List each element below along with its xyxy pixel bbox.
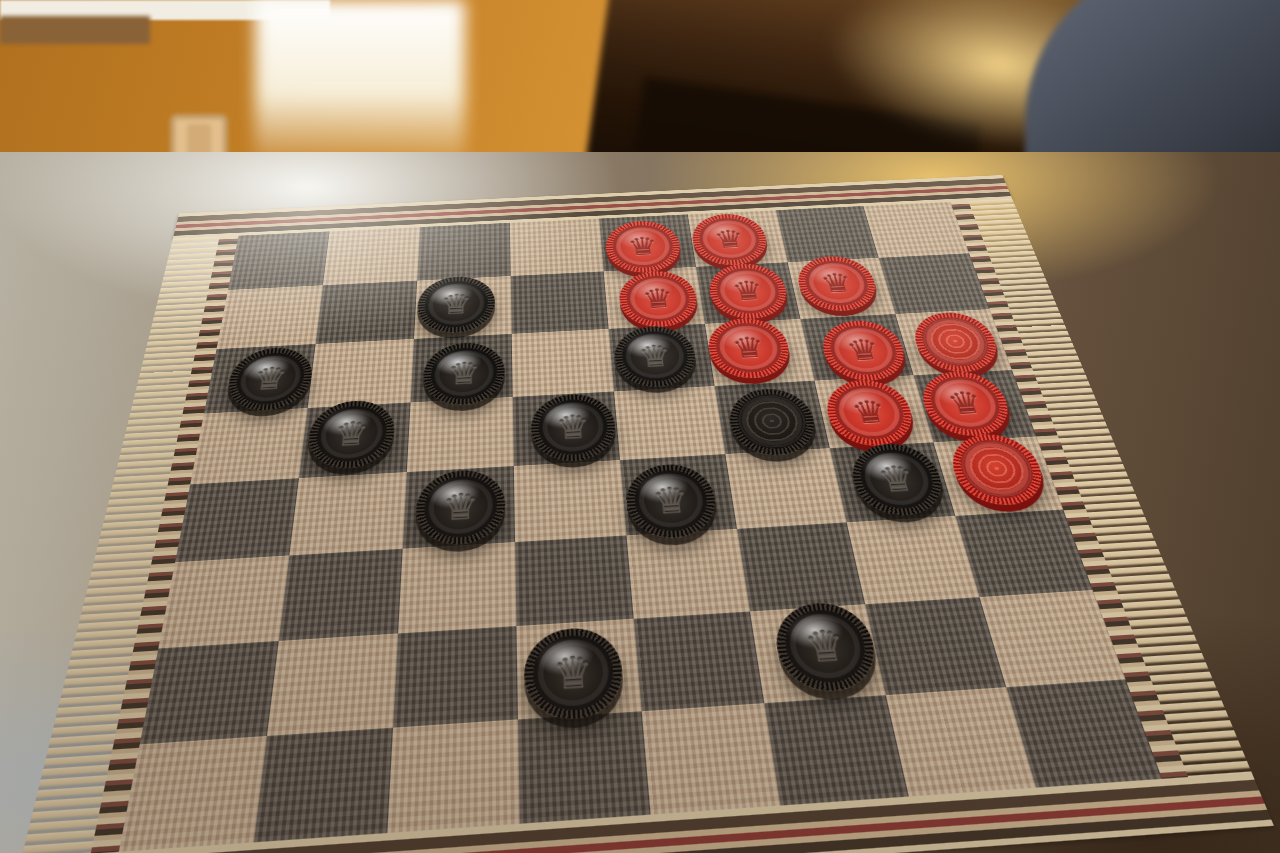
square-r2c4[interactable] <box>511 271 609 333</box>
crown-emboss-icon: ♛ <box>689 212 771 266</box>
red-piece-face <box>916 316 996 368</box>
square-r6c5[interactable] <box>627 529 750 619</box>
crown-emboss-icon: ♛ <box>617 269 700 328</box>
checker-red-r4c7[interactable]: ♛ <box>821 378 920 448</box>
square-r4c6[interactable]: ♛ <box>715 381 830 454</box>
square-r8c2[interactable] <box>254 728 393 843</box>
checker-red-r3c7[interactable]: ♛ <box>817 318 912 382</box>
checker-red-r2c7[interactable]: ♛ <box>793 254 882 312</box>
square-r6c2[interactable] <box>279 549 403 641</box>
checker-red-r4c8[interactable]: ♛ <box>915 369 1018 438</box>
square-r3c5[interactable]: ♛ <box>609 324 715 392</box>
checker-red-r2c6[interactable]: ♛ <box>705 262 791 321</box>
checker-black-r5c5[interactable]: ♛ <box>624 462 720 540</box>
crown-emboss-icon: ♛ <box>612 324 699 388</box>
square-r4c2[interactable]: ♛ <box>299 402 411 478</box>
checker-black-r4c2[interactable]: ♛ <box>305 398 396 470</box>
square-r1c1[interactable] <box>228 231 330 290</box>
square-r8c4[interactable] <box>518 711 651 824</box>
checker-black-r3c3[interactable]: ♛ <box>422 341 505 407</box>
checker-black-r4c6[interactable]: ♛ <box>725 387 821 458</box>
checker-red-r5c8[interactable]: ♛ <box>944 432 1053 507</box>
checker-black-r5c3[interactable]: ♛ <box>414 468 505 547</box>
crown-emboss-icon: ♛ <box>305 398 396 470</box>
checker-red-r3c6[interactable]: ♛ <box>704 316 794 380</box>
checker-black-r7c4[interactable]: ♛ <box>523 625 625 722</box>
square-r4c5[interactable] <box>614 386 725 460</box>
square-r3c2[interactable] <box>308 339 414 408</box>
square-r5c4[interactable] <box>514 460 627 542</box>
square-r5c3[interactable]: ♛ <box>403 466 515 549</box>
square-r1c2[interactable] <box>323 227 420 285</box>
crown-emboss-icon: ♛ <box>530 392 618 463</box>
square-r6c4[interactable] <box>515 535 634 626</box>
crown-emboss-icon: ♛ <box>624 462 720 540</box>
crown-emboss-icon: ♛ <box>845 441 950 517</box>
checker-black-r5c7[interactable]: ♛ <box>845 441 950 517</box>
square-r7c6[interactable]: ♛ <box>750 604 886 703</box>
crown-emboss-icon: ♛ <box>604 219 684 274</box>
square-r5c2[interactable] <box>289 472 406 555</box>
square-r1c3[interactable] <box>417 223 511 281</box>
square-r3c6[interactable]: ♛ <box>705 319 815 386</box>
square-r4c7[interactable]: ♛ <box>815 375 934 448</box>
square-r6c1[interactable] <box>158 555 289 648</box>
square-r7c1[interactable] <box>140 641 279 744</box>
window-light <box>255 0 465 170</box>
square-r1c6[interactable]: ♛ <box>688 210 788 267</box>
black-piece-face <box>733 393 812 451</box>
window-sill <box>0 16 150 44</box>
crown-emboss-icon: ♛ <box>414 468 505 547</box>
square-r3c1[interactable]: ♛ <box>204 344 316 414</box>
checker-black-r3c1[interactable]: ♛ <box>224 346 316 412</box>
crown-emboss-icon: ♛ <box>704 316 794 380</box>
crown-emboss-icon: ♛ <box>793 254 882 312</box>
square-r8c1[interactable] <box>119 736 267 852</box>
square-r6c6[interactable] <box>737 522 865 611</box>
square-r1c8[interactable] <box>863 202 969 258</box>
square-r7c5[interactable] <box>634 611 765 711</box>
square-r7c4[interactable]: ♛ <box>516 619 641 720</box>
square-r7c2[interactable] <box>267 633 398 736</box>
square-r4c3[interactable] <box>407 397 514 472</box>
square-r8c6[interactable] <box>764 695 909 805</box>
square-r2c1[interactable] <box>217 285 323 349</box>
red-piece-face <box>953 438 1042 500</box>
square-r7c3[interactable] <box>393 626 518 728</box>
checker-red-r2c5[interactable]: ♛ <box>617 269 700 328</box>
square-r8c3[interactable] <box>387 719 519 833</box>
room-scene: ♛♛♛♛♛♛♛♛♛♛♛♛♛♛♛♛♛♛♛♛♛♛♛ <box>0 0 1280 853</box>
square-r5c6[interactable] <box>725 448 846 529</box>
square-r3c7[interactable]: ♛ <box>801 314 914 381</box>
crown-emboss-icon: ♛ <box>705 262 791 321</box>
square-r1c5[interactable]: ♛ <box>599 214 696 271</box>
square-r4c1[interactable] <box>190 408 307 484</box>
checker-black-r7c6[interactable]: ♛ <box>770 600 883 694</box>
checker-black-r4c4[interactable]: ♛ <box>530 392 618 463</box>
crown-emboss-icon: ♛ <box>523 625 625 722</box>
square-r2c7[interactable]: ♛ <box>788 258 896 319</box>
checker-black-r2c3[interactable]: ♛ <box>416 275 495 335</box>
crown-emboss-icon: ♛ <box>224 346 316 412</box>
square-r3c3[interactable]: ♛ <box>411 334 513 403</box>
square-r3c4[interactable] <box>512 329 614 397</box>
square-r4c4[interactable]: ♛ <box>513 391 620 466</box>
checker-red-r1c5[interactable]: ♛ <box>604 219 684 274</box>
checker-black-r3c5[interactable]: ♛ <box>612 324 699 388</box>
square-r1c4[interactable] <box>510 219 604 276</box>
crown-emboss-icon: ♛ <box>422 341 505 407</box>
square-r2c3[interactable]: ♛ <box>414 276 512 339</box>
crown-emboss-icon: ♛ <box>915 369 1018 438</box>
square-r5c5[interactable]: ♛ <box>620 454 737 535</box>
square-r5c1[interactable] <box>175 478 299 562</box>
square-r6c3[interactable] <box>398 542 516 633</box>
checker-red-r1c6[interactable]: ♛ <box>689 212 771 266</box>
square-r2c2[interactable] <box>316 281 418 344</box>
square-r2c5[interactable]: ♛ <box>604 267 705 329</box>
crown-emboss-icon: ♛ <box>821 378 920 448</box>
crown-emboss-icon: ♛ <box>770 600 883 694</box>
square-r8c5[interactable] <box>642 703 781 814</box>
square-r2c6[interactable]: ♛ <box>696 262 801 324</box>
crown-emboss-icon: ♛ <box>416 275 495 335</box>
crown-emboss-icon: ♛ <box>817 318 912 382</box>
checker-red-r3c8[interactable]: ♛ <box>907 310 1005 373</box>
